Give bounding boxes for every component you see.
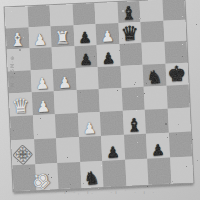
square-a7: ♝ bbox=[6, 27, 29, 49]
square-g6 bbox=[142, 42, 166, 65]
square-b2 bbox=[34, 138, 58, 164]
square-f6 bbox=[119, 43, 143, 66]
margin-handwriting: M·3·5M·⊕ bbox=[9, 55, 15, 87]
black-pawn: ♟ bbox=[101, 51, 115, 67]
black-pawn: ♟ bbox=[106, 145, 120, 161]
black-bishop: ♝ bbox=[120, 4, 137, 23]
square-e8 bbox=[95, 2, 118, 24]
square-c5: ♟ bbox=[53, 68, 77, 91]
white-pawn: ♟ bbox=[100, 29, 114, 45]
white-pawn: ♟ bbox=[36, 99, 50, 115]
square-g2: ♟ bbox=[146, 133, 170, 159]
square-a4: ♛ bbox=[9, 92, 33, 116]
square-g4 bbox=[144, 86, 168, 110]
white-pawn: ♟ bbox=[35, 76, 49, 92]
square-h5: ♚ bbox=[165, 63, 189, 86]
square-g8 bbox=[139, 0, 162, 22]
white-rook: ♜ bbox=[54, 29, 70, 47]
square-a2: ✠ bbox=[11, 139, 35, 165]
square-a3 bbox=[10, 115, 34, 140]
square-h6 bbox=[164, 41, 188, 64]
chess-photo: ♝♝♟♜♟♟♛♟♟♟♟♞♚♛♟♟♝✠♟♟♚♞ M·3·5M·⊕ · ı ·, ı… bbox=[0, 0, 200, 200]
white-pawn: ♟ bbox=[58, 75, 72, 91]
square-h4 bbox=[166, 85, 190, 109]
square-b1: ♚ bbox=[35, 163, 59, 190]
square-d3: ♟ bbox=[77, 112, 101, 137]
speck bbox=[147, 186, 148, 187]
square-b8 bbox=[27, 5, 50, 27]
square-c4 bbox=[54, 90, 78, 114]
square-c6 bbox=[52, 46, 76, 69]
square-b4: ♟ bbox=[31, 91, 55, 115]
square-d5 bbox=[75, 67, 99, 90]
black-knight: ♞ bbox=[146, 68, 163, 87]
square-b7: ♟ bbox=[28, 26, 51, 48]
square-g7 bbox=[140, 21, 163, 43]
square-h7 bbox=[163, 20, 186, 42]
black-knight: ♞ bbox=[83, 169, 100, 188]
square-e5 bbox=[98, 66, 122, 89]
square-b3 bbox=[32, 114, 56, 139]
bottom-margin-marks: · ı ·, ı. ˙ ·ı ˙ · ı · bbox=[55, 189, 195, 195]
square-a8 bbox=[5, 6, 28, 28]
square-c3 bbox=[55, 113, 79, 138]
square-h1 bbox=[170, 157, 194, 184]
square-e1 bbox=[102, 160, 126, 187]
square-g1 bbox=[147, 158, 171, 185]
square-d6: ♟ bbox=[74, 45, 98, 68]
square-h2 bbox=[168, 132, 192, 158]
square-h8 bbox=[162, 0, 185, 21]
square-e7: ♟ bbox=[96, 23, 119, 45]
square-e2: ♟ bbox=[101, 135, 125, 161]
square-f2 bbox=[123, 134, 147, 160]
square-g5: ♞ bbox=[143, 64, 167, 87]
square-f7: ♛ bbox=[118, 22, 141, 44]
square-f5 bbox=[120, 65, 144, 88]
white-pawn: ♟ bbox=[82, 121, 96, 137]
square-f1 bbox=[125, 159, 149, 186]
square-e6: ♟ bbox=[97, 44, 121, 67]
square-c1 bbox=[57, 162, 81, 189]
square-d2 bbox=[79, 136, 103, 162]
black-king: ♚ bbox=[167, 64, 187, 86]
square-d4 bbox=[76, 89, 100, 113]
white-bishop: ♝ bbox=[9, 31, 26, 50]
white-queen: ♛ bbox=[11, 95, 30, 116]
square-h3 bbox=[167, 108, 191, 133]
square-d8 bbox=[72, 3, 95, 25]
square-b5: ♟ bbox=[30, 69, 54, 92]
square-f8: ♝ bbox=[117, 1, 140, 23]
square-f3: ♝ bbox=[122, 110, 146, 135]
square-g3 bbox=[145, 109, 169, 134]
square-f4 bbox=[121, 87, 145, 111]
square-e3 bbox=[100, 111, 124, 136]
black-pawn: ♟ bbox=[78, 30, 92, 46]
square-c8 bbox=[50, 4, 73, 26]
black-queen: ♛ bbox=[120, 23, 139, 44]
speck bbox=[192, 139, 193, 140]
square-c7: ♜ bbox=[51, 25, 74, 47]
black-pawn: ♟ bbox=[151, 143, 165, 159]
speck bbox=[197, 160, 198, 161]
square-d7: ♟ bbox=[73, 24, 96, 46]
white-pawn: ♟ bbox=[33, 32, 47, 48]
corner-stamp-ornament: ✠ bbox=[12, 144, 33, 165]
square-e4 bbox=[99, 88, 123, 112]
square-c2 bbox=[56, 137, 80, 163]
board: ♝♝♟♜♟♟♛♟♟♟♟♞♚♛♟♟♝✠♟♟♚♞ bbox=[5, 0, 194, 191]
black-bishop: ♝ bbox=[126, 116, 143, 135]
black-pawn: ♟ bbox=[79, 52, 93, 68]
square-b6 bbox=[29, 47, 53, 70]
square-d1: ♞ bbox=[80, 161, 104, 188]
square-a1 bbox=[12, 164, 36, 191]
maltese-cross-icon: ✠ bbox=[19, 150, 27, 159]
speck bbox=[196, 24, 197, 25]
